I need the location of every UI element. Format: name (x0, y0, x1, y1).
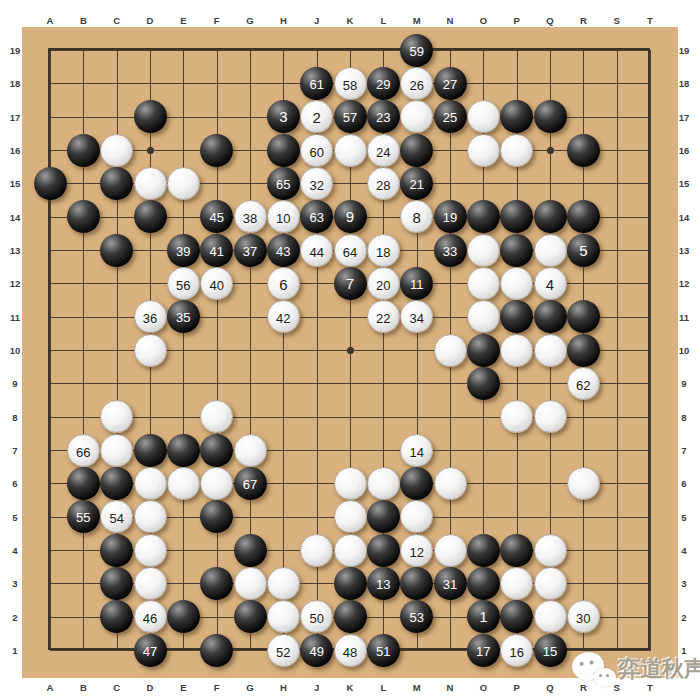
column-label-bottom: D (147, 682, 154, 693)
black-stone (367, 534, 400, 567)
row-label-right: 14 (679, 211, 690, 222)
black-stone (200, 434, 233, 467)
stone-move-number: 63 (309, 210, 323, 225)
white-stone (500, 267, 533, 300)
stone-move-number: 33 (443, 244, 457, 259)
white-stone-move-64: 64 (334, 234, 367, 267)
column-label-top: J (314, 15, 319, 26)
stone-move-number: 62 (576, 378, 590, 393)
black-stone-move-9: 9 (334, 200, 367, 233)
white-stone-move-38: 38 (234, 200, 267, 233)
black-stone-move-21: 21 (400, 167, 433, 200)
black-stone (534, 200, 567, 233)
black-stone-move-57: 57 (334, 100, 367, 133)
stone-move-number: 25 (443, 110, 457, 125)
black-stone (67, 467, 100, 500)
row-label-left: 17 (10, 111, 21, 122)
white-stone (434, 534, 467, 567)
row-label-right: 9 (681, 378, 686, 389)
black-stone (234, 534, 267, 567)
white-stone (200, 467, 233, 500)
black-stone (567, 200, 600, 233)
stone-move-number: 5 (579, 242, 587, 259)
black-stone-move-11: 11 (400, 267, 433, 300)
black-stone-move-29: 29 (367, 67, 400, 100)
stone-move-number: 51 (376, 644, 390, 659)
white-stone (567, 467, 600, 500)
stone-move-number: 45 (209, 210, 223, 225)
stone-move-number: 58 (343, 78, 357, 93)
black-stone (467, 534, 500, 567)
stone-move-number: 10 (276, 211, 290, 226)
wechat-icon-eye (579, 662, 584, 667)
column-label-bottom: B (80, 682, 87, 693)
column-label-top: E (180, 15, 186, 26)
stone-move-number: 55 (76, 510, 90, 525)
stone-move-number: 23 (376, 110, 390, 125)
stone-move-number: 13 (376, 577, 390, 592)
white-stone-move-22: 22 (367, 300, 400, 333)
stone-move-number: 37 (243, 244, 257, 259)
row-label-right: 17 (679, 111, 690, 122)
white-stone-move-24: 24 (367, 134, 400, 167)
white-stone-move-44: 44 (300, 234, 333, 267)
row-label-left: 5 (12, 511, 17, 522)
stone-move-number: 28 (376, 178, 390, 193)
white-stone-move-46: 46 (134, 600, 167, 633)
black-stone (467, 200, 500, 233)
white-stone-move-30: 30 (567, 600, 600, 633)
white-stone (434, 334, 467, 367)
white-stone-move-6: 6 (267, 267, 300, 300)
row-label-left: 10 (10, 345, 21, 356)
white-stone (100, 434, 133, 467)
white-stone (500, 334, 533, 367)
stone-move-number: 17 (476, 644, 490, 659)
black-stone (467, 567, 500, 600)
column-label-bottom: K (347, 682, 354, 693)
black-stone (567, 134, 600, 167)
row-label-right: 3 (681, 578, 686, 589)
stone-move-number: 64 (343, 245, 357, 260)
column-label-top: M (413, 15, 421, 26)
white-stone (134, 334, 167, 367)
white-stone (100, 134, 133, 167)
black-stone-move-39: 39 (167, 234, 200, 267)
row-label-right: 5 (681, 511, 686, 522)
star-point (547, 147, 554, 154)
watermark: 弈道秋声 (566, 648, 700, 696)
white-stone-move-26: 26 (400, 67, 433, 100)
white-stone (534, 534, 567, 567)
stone-move-number: 19 (443, 210, 457, 225)
white-stone (267, 600, 300, 633)
row-label-left: 11 (10, 311, 20, 322)
stone-move-number: 35 (176, 310, 190, 325)
stone-move-number: 54 (109, 511, 123, 526)
column-label-top: B (80, 15, 87, 26)
stone-move-number: 4 (546, 276, 554, 293)
white-stone (467, 234, 500, 267)
black-stone-move-49: 49 (300, 634, 333, 667)
black-stone-move-47: 47 (134, 634, 167, 667)
row-label-left: 8 (12, 411, 17, 422)
white-stone (334, 534, 367, 567)
column-label-top: P (513, 15, 519, 26)
row-label-right: 8 (681, 411, 686, 422)
black-stone (334, 567, 367, 600)
row-label-left: 3 (12, 578, 17, 589)
white-stone-move-48: 48 (334, 634, 367, 667)
row-label-left: 1 (12, 645, 17, 656)
white-stone (467, 100, 500, 133)
black-stone (67, 200, 100, 233)
black-stone-move-17: 17 (467, 634, 500, 667)
black-stone (100, 567, 133, 600)
black-stone-move-5: 5 (567, 234, 600, 267)
wechat-icon-eye (589, 660, 594, 665)
white-stone (534, 334, 567, 367)
white-stone-move-4: 4 (534, 267, 567, 300)
white-stone (534, 234, 567, 267)
column-label-bottom: F (214, 682, 220, 693)
stone-move-number: 39 (176, 244, 190, 259)
stone-move-number: 31 (443, 577, 457, 592)
white-stone (434, 467, 467, 500)
white-stone-move-36: 36 (134, 300, 167, 333)
column-label-top: K (347, 15, 354, 26)
wechat-icon-eye (606, 674, 609, 677)
black-stone-move-1: 1 (467, 600, 500, 633)
wechat-icon-small-bubble (594, 668, 616, 687)
column-label-top: T (647, 15, 653, 26)
white-stone (500, 567, 533, 600)
row-label-left: 13 (10, 245, 21, 256)
black-stone (500, 534, 533, 567)
column-label-bottom: J (314, 682, 319, 693)
black-stone (200, 134, 233, 167)
stone-move-number: 8 (412, 209, 420, 226)
stone-move-number: 20 (376, 278, 390, 293)
white-stone-move-16: 16 (500, 634, 533, 667)
stone-move-number: 41 (209, 244, 223, 259)
white-stone-move-52: 52 (267, 634, 300, 667)
white-stone-move-32: 32 (300, 167, 333, 200)
stone-move-number: 27 (443, 77, 457, 92)
row-label-right: 19 (679, 45, 690, 56)
column-label-top: H (280, 15, 287, 26)
stone-move-number: 61 (309, 77, 323, 92)
stone-move-number: 59 (409, 44, 423, 59)
row-label-right: 2 (681, 611, 686, 622)
grid-line-v (650, 50, 651, 651)
stone-move-number: 42 (276, 311, 290, 326)
stone-move-number: 16 (509, 645, 523, 660)
column-label-top: S (613, 15, 619, 26)
black-stone (400, 567, 433, 600)
stone-move-number: 49 (309, 644, 323, 659)
black-stone (134, 100, 167, 133)
white-stone-move-56: 56 (167, 267, 200, 300)
black-stone (100, 467, 133, 500)
stone-move-number: 1 (479, 608, 487, 625)
stone-move-number: 24 (376, 145, 390, 160)
star-point (347, 347, 354, 354)
white-stone-move-60: 60 (300, 134, 333, 167)
row-label-left: 2 (12, 611, 17, 622)
white-stone (334, 500, 367, 533)
column-label-bottom: M (413, 682, 421, 693)
white-stone-move-20: 20 (367, 267, 400, 300)
white-stone-move-18: 18 (367, 234, 400, 267)
black-stone-move-51: 51 (367, 634, 400, 667)
column-label-bottom: A (47, 682, 54, 693)
wechat-icon-eye (599, 674, 602, 677)
stone-move-number: 56 (176, 278, 190, 293)
row-label-right: 18 (679, 78, 690, 89)
black-stone (567, 334, 600, 367)
row-label-left: 4 (12, 545, 17, 556)
stone-move-number: 14 (409, 445, 423, 460)
black-stone (200, 567, 233, 600)
white-stone (467, 267, 500, 300)
stone-move-number: 3 (279, 108, 287, 125)
white-stone (167, 467, 200, 500)
white-stone (534, 600, 567, 633)
black-stone (167, 600, 200, 633)
stone-move-number: 43 (276, 244, 290, 259)
row-label-right: 4 (681, 545, 686, 556)
row-label-left: 15 (10, 178, 21, 189)
white-stone (500, 134, 533, 167)
white-stone (134, 500, 167, 533)
stone-move-number: 46 (143, 611, 157, 626)
stone-move-number: 11 (410, 277, 424, 292)
stone-move-number: 32 (309, 178, 323, 193)
white-stone (467, 300, 500, 333)
column-label-top: A (47, 15, 54, 26)
stone-move-number: 65 (276, 177, 290, 192)
column-label-top: N (447, 15, 454, 26)
black-stone (567, 300, 600, 333)
white-stone (234, 567, 267, 600)
white-stone (134, 467, 167, 500)
black-stone-move-67: 67 (234, 467, 267, 500)
black-stone (234, 600, 267, 633)
star-point (147, 147, 154, 154)
black-stone (534, 300, 567, 333)
column-label-top: O (480, 15, 487, 26)
white-stone (300, 534, 333, 567)
black-stone (334, 600, 367, 633)
column-label-top: L (380, 15, 386, 26)
column-label-top: F (214, 15, 220, 26)
stone-move-number: 6 (279, 276, 287, 293)
stone-move-number: 52 (276, 645, 290, 660)
column-label-bottom: Q (546, 682, 553, 693)
row-label-left: 19 (10, 45, 21, 56)
black-stone-move-35: 35 (167, 300, 200, 333)
white-stone-move-62: 62 (567, 367, 600, 400)
white-stone (167, 167, 200, 200)
stone-move-number: 67 (243, 477, 257, 492)
black-stone-move-31: 31 (434, 567, 467, 600)
stone-move-number: 21 (409, 177, 423, 192)
column-label-bottom: P (513, 682, 519, 693)
white-stone (134, 534, 167, 567)
black-stone (34, 167, 67, 200)
stone-move-number: 29 (376, 77, 390, 92)
stone-move-number: 7 (346, 275, 354, 292)
black-stone-move-33: 33 (434, 234, 467, 267)
black-stone (100, 167, 133, 200)
black-stone (267, 134, 300, 167)
stone-move-number: 48 (343, 645, 357, 660)
white-stone-move-42: 42 (267, 300, 300, 333)
black-stone (467, 367, 500, 400)
black-stone-move-25: 25 (434, 100, 467, 133)
black-stone-move-55: 55 (67, 500, 100, 533)
black-stone-move-19: 19 (434, 200, 467, 233)
row-label-left: 14 (10, 211, 21, 222)
black-stone (100, 534, 133, 567)
row-label-right: 13 (679, 245, 690, 256)
stone-move-number: 38 (243, 211, 257, 226)
black-stone (367, 500, 400, 533)
black-stone (400, 467, 433, 500)
white-stone (134, 167, 167, 200)
white-stone (367, 467, 400, 500)
white-stone (267, 567, 300, 600)
black-stone-move-13: 13 (367, 567, 400, 600)
white-stone (467, 134, 500, 167)
stone-move-number: 30 (576, 611, 590, 626)
black-stone (134, 434, 167, 467)
stone-move-number: 40 (209, 278, 223, 293)
stone-move-number: 18 (376, 245, 390, 260)
white-stone-move-10: 10 (267, 200, 300, 233)
black-stone-move-37: 37 (234, 234, 267, 267)
black-stone (467, 334, 500, 367)
white-stone-move-58: 58 (334, 67, 367, 100)
row-label-left: 6 (12, 478, 17, 489)
black-stone (200, 634, 233, 667)
row-label-right: 6 (681, 478, 686, 489)
stone-move-number: 50 (309, 611, 323, 626)
row-label-right: 12 (679, 278, 690, 289)
row-label-right: 7 (681, 445, 686, 456)
column-label-bottom: O (480, 682, 487, 693)
stone-move-number: 2 (312, 109, 320, 126)
column-label-bottom: H (280, 682, 287, 693)
column-label-bottom: E (180, 682, 186, 693)
white-stone (334, 467, 367, 500)
black-stone (500, 234, 533, 267)
stone-move-number: 12 (409, 545, 423, 560)
black-stone-move-3: 3 (267, 100, 300, 133)
black-stone (534, 100, 567, 133)
row-label-left: 18 (10, 78, 21, 89)
white-stone-move-12: 12 (400, 534, 433, 567)
white-stone (534, 567, 567, 600)
white-stone-move-28: 28 (367, 167, 400, 200)
stone-move-number: 15 (543, 644, 557, 659)
black-stone (100, 234, 133, 267)
white-stone (534, 400, 567, 433)
column-label-top: R (580, 15, 587, 26)
black-stone-move-27: 27 (434, 67, 467, 100)
white-stone (334, 134, 367, 167)
black-stone-move-65: 65 (267, 167, 300, 200)
column-label-bottom: L (380, 682, 386, 693)
row-label-left: 16 (10, 145, 21, 156)
row-label-left: 7 (12, 445, 17, 456)
black-stone (167, 434, 200, 467)
stone-move-number: 60 (309, 145, 323, 160)
column-label-top: G (246, 15, 253, 26)
row-label-right: 15 (679, 178, 690, 189)
stone-move-number: 47 (143, 644, 157, 659)
white-stone-move-14: 14 (400, 434, 433, 467)
page: AABBCCDDEEFFGGHHJJKKLLMMNNOOPPQQRRSSTT11… (0, 0, 700, 700)
row-label-left: 9 (12, 378, 17, 389)
black-stone-move-61: 61 (300, 67, 333, 100)
stone-move-number: 34 (409, 311, 423, 326)
black-stone (134, 200, 167, 233)
stone-move-number: 44 (309, 245, 323, 260)
column-label-bottom: N (447, 682, 454, 693)
column-label-bottom: C (113, 682, 120, 693)
stone-move-number: 66 (76, 445, 90, 460)
white-stone (234, 434, 267, 467)
stone-move-number: 36 (143, 311, 157, 326)
white-stone-move-40: 40 (200, 267, 233, 300)
column-label-top: Q (546, 15, 553, 26)
row-label-right: 16 (679, 145, 690, 156)
black-stone-move-41: 41 (200, 234, 233, 267)
white-stone-move-66: 66 (67, 434, 100, 467)
black-stone (67, 134, 100, 167)
stone-move-number: 9 (346, 208, 354, 225)
stone-move-number: 26 (409, 78, 423, 93)
row-label-right: 11 (679, 311, 689, 322)
column-label-top: D (147, 15, 154, 26)
black-stone-move-7: 7 (334, 267, 367, 300)
column-label-top: C (113, 15, 120, 26)
watermark-text: 弈道秋声 (618, 656, 700, 682)
white-stone (134, 567, 167, 600)
black-stone-move-43: 43 (267, 234, 300, 267)
stone-move-number: 22 (376, 311, 390, 326)
row-label-left: 12 (10, 278, 21, 289)
column-label-bottom: G (246, 682, 253, 693)
row-label-right: 10 (679, 345, 690, 356)
black-stone-move-23: 23 (367, 100, 400, 133)
black-stone-move-15: 15 (534, 634, 567, 667)
black-stone (400, 134, 433, 167)
stone-move-number: 53 (409, 610, 423, 625)
stone-move-number: 57 (343, 110, 357, 125)
black-stone-move-59: 59 (400, 34, 433, 67)
